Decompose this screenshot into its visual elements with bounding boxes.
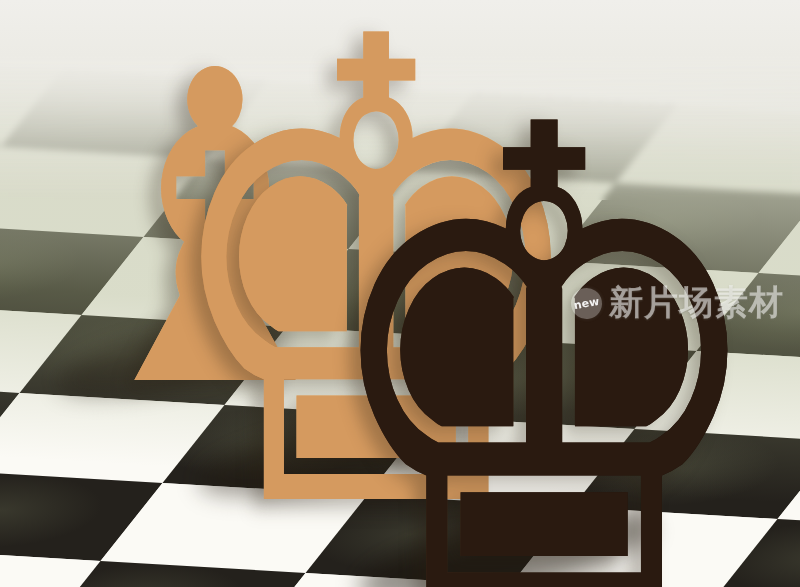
watermark: new 新片场素材 <box>571 280 784 326</box>
watermark-text: 新片场素材 <box>609 280 784 326</box>
photo-scene: ♝ ♚ ♚ new 新片场素材 <box>0 0 800 587</box>
new-badge-icon: new <box>569 285 605 321</box>
